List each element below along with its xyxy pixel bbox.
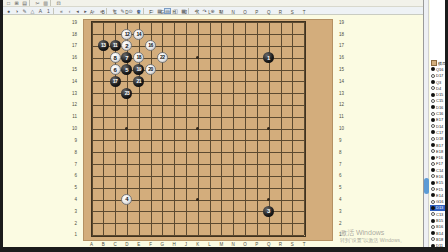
coord-number-left: 11 xyxy=(69,114,77,119)
move-number: 16 xyxy=(148,43,153,48)
move-number: 4 xyxy=(125,196,128,202)
black-stone-icon xyxy=(431,206,435,210)
new-file-icon[interactable]: □ xyxy=(5,0,12,6)
coord-number-right: 8 xyxy=(339,150,349,155)
stone-white-G16[interactable]: 22 xyxy=(157,52,168,63)
stone-black-C14[interactable]: 17 xyxy=(110,76,121,87)
coord-number-right: 11 xyxy=(339,114,349,119)
coord-letter-top: F xyxy=(146,10,156,15)
game-root-icon xyxy=(431,60,437,66)
move-number: 11 xyxy=(113,43,117,48)
move-number: 22 xyxy=(160,55,165,60)
white-stone-icon xyxy=(431,137,435,141)
black-stone-icon xyxy=(431,193,435,197)
black-stone-icon xyxy=(431,105,435,109)
coord-number-right: 14 xyxy=(339,79,349,84)
prev-move-icon[interactable]: ◂ xyxy=(74,8,81,14)
stone-white-D18[interactable]: 12 xyxy=(121,29,132,40)
coord-letter-top: E xyxy=(134,10,144,15)
coord-number-left: 10 xyxy=(69,126,77,131)
coord-number-left: 1 xyxy=(69,232,77,237)
coord-number-right: 16 xyxy=(339,55,349,60)
coord-number-right: 12 xyxy=(339,102,349,107)
letter-label-icon[interactable]: A xyxy=(37,8,44,14)
toolbar-separator xyxy=(50,0,54,6)
stone-white-C16[interactable]: 8 xyxy=(110,52,121,63)
move-number: 13 xyxy=(101,43,106,48)
coord-number-left: 2 xyxy=(69,221,77,226)
coord-number-right: 9 xyxy=(339,138,349,143)
coord-letter-top: T xyxy=(299,10,309,15)
coord-letter-top: H xyxy=(169,10,179,15)
tree-node-label: F15 xyxy=(436,187,443,192)
black-stone-icon xyxy=(431,219,435,223)
coord-number-right: 10 xyxy=(339,126,349,131)
coord-letter-top: G xyxy=(157,10,167,15)
tree-node-label: C14 xyxy=(436,168,443,173)
tree-node-label: E16 xyxy=(436,174,443,179)
white-stone-icon xyxy=(431,112,435,116)
coord-number-left: 8 xyxy=(69,150,77,155)
coord-number-left: 16 xyxy=(69,55,77,60)
move-number: 5 xyxy=(125,67,128,73)
coord-number-right: 1 xyxy=(339,232,349,237)
coord-number-left: 13 xyxy=(69,91,77,96)
black-stone-icon xyxy=(431,181,435,185)
tree-node-label: D17 xyxy=(436,73,443,78)
go-board[interactable]: 12345678111213141617181920212223 xyxy=(83,19,333,241)
white-stone-icon xyxy=(431,212,435,216)
tree-node-label: D4 xyxy=(436,86,441,91)
open-file-icon[interactable]: ⊞ xyxy=(13,0,20,6)
mark-icon[interactable]: △ xyxy=(29,8,36,14)
black-stone-icon xyxy=(431,130,435,134)
black-stone-icon xyxy=(431,143,435,147)
move-number: 8 xyxy=(113,55,116,61)
move-number: 1 xyxy=(267,55,270,61)
tree-node-label: C16 xyxy=(436,111,443,116)
coord-letter-top: S xyxy=(287,10,297,15)
activate-windows-watermark: 激活 Windows 转到“设置”以激活 Windows。 xyxy=(340,229,405,243)
coord-number-right: 4 xyxy=(339,197,349,202)
toolbar-separator xyxy=(53,8,57,14)
tree-node-label: B14 xyxy=(436,231,443,236)
move-number: 12 xyxy=(125,32,130,37)
black-stone-icon xyxy=(431,118,435,122)
coord-number-right: 3 xyxy=(339,209,349,214)
white-stone-icon xyxy=(431,237,435,241)
white-stone-icon xyxy=(431,187,435,191)
tree-node-label: Q16 xyxy=(436,67,444,72)
move-number: 23 xyxy=(125,91,130,96)
coord-number-right: 17 xyxy=(339,43,349,48)
white-stone-icon xyxy=(431,200,435,204)
move-tree-panel: 棋局Q16D17Q3D4D15C15D16C16E17D14C17D18B17E… xyxy=(430,0,445,252)
tree-node-label: B16 xyxy=(436,224,443,229)
tree-node-label: C17 xyxy=(436,130,443,135)
coord-number-left: 3 xyxy=(69,209,77,214)
move-number: 17 xyxy=(113,79,118,84)
tree-node-label: C15 xyxy=(436,98,443,103)
white-stone-icon xyxy=(431,99,435,103)
tree-node-label: B15 xyxy=(436,218,443,223)
move-number: 18 xyxy=(136,55,141,60)
coord-number-left: 12 xyxy=(69,102,77,107)
watermark-line1: 激活 Windows xyxy=(340,229,405,237)
edit-mode-icon[interactable]: ✎ xyxy=(21,8,28,14)
tree-node-label: E17 xyxy=(436,117,443,122)
coord-number-right: 6 xyxy=(339,173,349,178)
coord-letter-top: N xyxy=(228,10,238,15)
stone-black-E14[interactable]: 21 xyxy=(133,76,144,87)
board-panel: 12345678111213141617181920212223 AABBCCD… xyxy=(3,15,423,247)
stone-white-C15[interactable]: 6 xyxy=(110,64,121,75)
white-stone-icon xyxy=(431,86,435,90)
coord-letter-top: J xyxy=(181,10,191,15)
black-stone-icon xyxy=(431,231,435,235)
coord-number-left: 9 xyxy=(69,138,77,143)
tree-node-label: B17 xyxy=(436,143,443,148)
move-number: 7 xyxy=(125,55,128,61)
move-number: 3 xyxy=(267,208,270,214)
tree-node-label: F17 xyxy=(436,161,443,166)
black-stone-icon xyxy=(431,93,435,97)
white-stone-icon xyxy=(431,225,435,229)
toolbar-file: □⊞▤✂▥⊡ xyxy=(3,0,424,7)
move-number: 21 xyxy=(136,79,141,84)
move-number: 19 xyxy=(136,67,141,72)
tree-node-label: Q3 xyxy=(436,80,441,85)
coord-letter-top: B xyxy=(98,10,108,15)
white-stone-icon xyxy=(431,124,435,128)
stone-white-E18[interactable]: 14 xyxy=(133,29,144,40)
tree-node-label: D13 xyxy=(436,205,443,210)
tree-node-label: D16 xyxy=(436,105,443,110)
coord-number-right: 5 xyxy=(339,185,349,190)
coord-letter-top: Q xyxy=(264,10,274,15)
coord-letter-top: K xyxy=(193,10,203,15)
white-stone-icon xyxy=(431,74,435,78)
coord-letter-top: L xyxy=(205,10,215,15)
move-tree-list: 棋局Q16D17Q3D4D15C15D16C16E17D14C17D18B17E… xyxy=(430,60,445,249)
stone-black-Q3[interactable]: 3 xyxy=(263,206,274,217)
coord-letter-top: D xyxy=(122,10,132,15)
tree-node-label: F16 xyxy=(436,155,443,160)
number-label-icon[interactable]: 1 xyxy=(45,8,52,14)
coord-number-right: 13 xyxy=(339,91,349,96)
black-stone-icon xyxy=(431,67,435,71)
app-window: □⊞▤✂▥⊡ ●◑✎△A1«‹◂▸›»✎✎⊙⊕□▦▧◫▩↶↷⊛≡ 1234567… xyxy=(0,0,448,252)
black-stone-icon xyxy=(431,168,435,172)
coord-number-left: 18 xyxy=(69,32,77,37)
white-stone-icon[interactable]: ◑ xyxy=(13,8,20,14)
coord-number-left: 7 xyxy=(69,162,77,167)
white-stone-icon xyxy=(431,174,435,178)
coord-letter-top: P xyxy=(252,10,262,15)
copy-icon[interactable]: ▥ xyxy=(42,0,49,6)
coord-letter-top: O xyxy=(240,10,250,15)
save-file-icon[interactable]: ▤ xyxy=(21,0,28,6)
black-stone-icon xyxy=(431,156,435,160)
first-move-icon[interactable]: « xyxy=(58,8,65,14)
coord-letter-top: R xyxy=(275,10,285,15)
coord-number-right: 2 xyxy=(339,221,349,226)
tree-scrollbar[interactable] xyxy=(424,0,429,252)
tree-node-label: B18 xyxy=(436,237,443,242)
stone-white-F15[interactable]: 20 xyxy=(145,64,156,75)
tree-node-label: E18 xyxy=(436,149,443,154)
black-stone-icon[interactable]: ● xyxy=(5,8,12,14)
toolbar-separator xyxy=(29,0,33,6)
coord-number-left: 17 xyxy=(69,43,77,48)
coord-number-right: 19 xyxy=(339,20,349,25)
move-number: 6 xyxy=(113,67,116,73)
tree-node-label: D18 xyxy=(436,136,443,141)
coord-number-right: 18 xyxy=(339,32,349,37)
prev-10-icon[interactable]: ‹ xyxy=(66,8,73,14)
coord-number-left: 14 xyxy=(69,79,77,84)
screen-edge-left xyxy=(0,0,3,252)
coord-number-right: 15 xyxy=(339,67,349,72)
coord-number-left: 19 xyxy=(69,20,77,25)
coord-number-left: 15 xyxy=(69,67,77,72)
coord-letter-top: A xyxy=(87,10,97,15)
tree-node-label: C13 xyxy=(436,212,443,217)
coord-number-right: 7 xyxy=(339,162,349,167)
coord-letter-top: C xyxy=(110,10,120,15)
coord-number-left: 6 xyxy=(69,173,77,178)
white-stone-icon xyxy=(431,149,435,153)
print-icon[interactable]: ⊡ xyxy=(55,0,62,6)
tree-node-label: D14 xyxy=(436,124,443,129)
tree-node-label: E14 xyxy=(436,193,443,198)
move-number: 14 xyxy=(136,32,141,37)
tree-node-label: D15 xyxy=(436,92,443,97)
coord-number-left: 5 xyxy=(69,185,77,190)
move-number: 20 xyxy=(148,67,153,72)
white-stone-icon xyxy=(431,162,435,166)
cut-icon[interactable]: ✂ xyxy=(34,0,41,6)
black-stone-icon xyxy=(431,80,435,84)
move-number: 2 xyxy=(125,43,128,49)
tree-scrollbar-thumb[interactable] xyxy=(424,178,429,194)
tree-node-label: G16 xyxy=(436,199,444,204)
tree-node-label: E15 xyxy=(436,180,443,185)
stone-black-C17[interactable]: 11 xyxy=(110,40,121,51)
watermark-line2: 转到“设置”以激活 Windows。 xyxy=(340,237,405,243)
coord-number-left: 4 xyxy=(69,197,77,202)
coord-letter-top: M xyxy=(216,10,226,15)
screen-edge-bottom xyxy=(0,247,448,252)
